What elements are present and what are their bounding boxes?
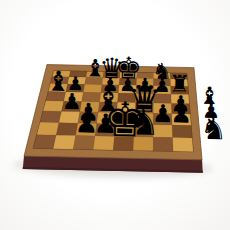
square-b2 <box>153 79 170 86</box>
square-e8 <box>93 136 114 150</box>
square-d1 <box>120 72 137 78</box>
square-e4 <box>100 93 119 103</box>
square-b5 <box>153 103 172 114</box>
square-e5 <box>98 102 117 113</box>
square-b8 <box>153 137 173 151</box>
square-e3 <box>101 85 119 93</box>
square-g8 <box>53 135 75 149</box>
square-h7 <box>37 122 59 135</box>
square-b1 <box>153 73 170 79</box>
square-c1 <box>137 72 154 78</box>
square-h4 <box>46 92 66 102</box>
square-g5 <box>62 101 82 112</box>
square-e6 <box>97 112 117 124</box>
square-g2 <box>68 77 86 84</box>
square-h1 <box>52 71 70 77</box>
square-a8 <box>172 138 193 152</box>
square-a4 <box>171 94 190 104</box>
square-c8 <box>133 137 153 151</box>
square-f2 <box>85 77 103 84</box>
square-a3 <box>171 86 189 94</box>
square-f7 <box>76 123 97 136</box>
square-e1 <box>103 72 120 78</box>
square-f5 <box>80 101 100 112</box>
square-c6 <box>134 113 153 125</box>
square-e7 <box>95 124 116 137</box>
chess-board <box>0 0 230 230</box>
square-d2 <box>119 78 137 85</box>
square-b6 <box>153 113 172 125</box>
square-a7 <box>172 125 192 138</box>
square-h6 <box>40 111 61 123</box>
square-h5 <box>43 101 64 112</box>
square-f3 <box>83 84 102 92</box>
square-a5 <box>171 103 190 114</box>
square-a1 <box>170 73 187 79</box>
square-c7 <box>134 124 154 137</box>
square-a6 <box>172 114 192 126</box>
square-d7 <box>114 124 134 137</box>
square-b4 <box>153 94 171 104</box>
square-g6 <box>59 111 80 123</box>
square-b7 <box>153 125 173 138</box>
square-g1 <box>69 71 87 77</box>
board-scene: ♞♚♟♟♟♟♟♟♛♝♟♜♟♟♟♟♟♝♞♚♛♝♝♟♞ <box>0 0 230 230</box>
square-g3 <box>66 84 85 92</box>
square-f6 <box>78 112 98 124</box>
square-h3 <box>48 84 67 93</box>
square-a2 <box>170 79 188 86</box>
square-d6 <box>116 113 135 125</box>
square-c5 <box>135 103 154 114</box>
square-b3 <box>153 86 171 94</box>
chess-set-photo: ♞♚♟♟♟♟♟♟♛♝♟♜♟♟♟♟♟♝♞♚♛♝♝♟♞ <box>0 0 230 230</box>
square-g4 <box>64 92 84 102</box>
square-g7 <box>56 123 78 136</box>
square-d4 <box>118 93 136 103</box>
square-d8 <box>113 136 134 150</box>
square-f1 <box>86 71 104 77</box>
square-c4 <box>136 93 154 103</box>
square-h2 <box>50 77 69 84</box>
square-c3 <box>136 85 154 93</box>
square-f4 <box>82 92 101 102</box>
square-f8 <box>73 136 95 150</box>
square-e2 <box>102 78 120 85</box>
square-d3 <box>118 85 136 93</box>
square-h8 <box>33 135 56 149</box>
square-d5 <box>117 102 136 113</box>
square-c2 <box>136 78 153 85</box>
